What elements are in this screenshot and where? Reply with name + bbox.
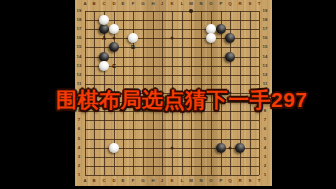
coordinate-label-bottom: G: [141, 178, 144, 182]
coordinate-label-right: 17: [262, 27, 267, 31]
coordinate-label-bottom: Q: [229, 178, 232, 182]
coordinate-label-left: 3: [78, 155, 80, 159]
coordinate-label-left: 6: [78, 127, 80, 131]
coordinate-label-top: H: [151, 1, 154, 5]
grid-line: [85, 129, 260, 130]
black-stone-q14: [225, 52, 235, 62]
coordinate-label-bottom: R: [238, 178, 241, 182]
coordinate-label-bottom: S: [248, 178, 251, 182]
coordinate-label-left: 5: [78, 136, 80, 140]
star-point: [170, 146, 173, 149]
coordinate-label-left: 16: [77, 36, 82, 40]
coordinate-label-right: 12: [262, 73, 267, 77]
candidate-label-a: A: [102, 36, 106, 42]
coordinate-label-top: F: [132, 1, 135, 5]
star-point: [112, 37, 115, 40]
small-dot-marker: [189, 9, 193, 13]
coordinate-label-right: 6: [263, 127, 265, 131]
coordinate-label-bottom: M: [190, 178, 194, 182]
coordinate-label-right: 16: [262, 36, 267, 40]
candidate-label-b: B: [131, 45, 135, 51]
coordinate-label-bottom: K: [170, 178, 173, 182]
black-stone-d15: [109, 42, 119, 52]
coordinate-label-right: 5: [263, 136, 265, 140]
grid-line: [85, 139, 260, 140]
grid-line: [85, 166, 260, 167]
coordinate-label-top: Q: [229, 1, 232, 5]
coordinate-label-top: T: [258, 1, 261, 5]
coordinate-label-bottom: C: [102, 178, 105, 182]
coordinate-label-top: K: [170, 1, 173, 5]
grid-line: [85, 157, 260, 158]
white-stone-d17: [109, 24, 119, 34]
coordinate-label-top: D: [112, 1, 115, 5]
grid-line: [85, 175, 260, 176]
white-stone-c18: [99, 15, 109, 25]
star-point: [170, 37, 173, 40]
coordinate-label-bottom: J: [161, 178, 163, 182]
coordinate-label-right: 2: [263, 164, 265, 168]
coordinate-label-top: C: [102, 1, 105, 5]
coordinate-label-bottom: N: [200, 178, 203, 182]
coordinate-label-right: 3: [263, 155, 265, 159]
coordinate-label-left: 7: [78, 118, 80, 122]
video-caption-text: 围棋布局选点猜下一手297: [56, 86, 308, 114]
grid-line: [85, 120, 260, 121]
star-point: [229, 146, 232, 149]
coordinate-label-right: 19: [262, 9, 267, 13]
coordinate-label-bottom: P: [219, 178, 222, 182]
coordinate-label-top: O: [209, 1, 212, 5]
black-stone-c17: [99, 24, 109, 34]
white-stone-d4: [109, 143, 119, 153]
coordinate-label-right: 1: [263, 173, 265, 177]
coordinate-label-bottom: T: [258, 178, 261, 182]
coordinate-label-left: 1: [78, 173, 80, 177]
coordinate-label-left: 18: [77, 18, 82, 22]
coordinate-label-bottom: A: [83, 178, 86, 182]
coordinate-label-right: 18: [262, 18, 267, 22]
coordinate-label-right: 13: [262, 63, 267, 67]
white-stone-c13: [99, 61, 109, 71]
coordinate-label-top: R: [238, 1, 241, 5]
coordinate-label-top: B: [93, 1, 96, 5]
coordinate-label-bottom: H: [151, 178, 154, 182]
coordinate-label-bottom: E: [122, 178, 125, 182]
coordinate-label-left: 4: [78, 145, 80, 149]
coordinate-label-left: 19: [77, 9, 82, 13]
black-stone-r4: [235, 143, 245, 153]
white-stone-o16: [206, 33, 216, 43]
coordinate-label-right: 4: [263, 145, 265, 149]
coordinate-label-left: 14: [77, 54, 82, 58]
coordinate-label-bottom: D: [112, 178, 115, 182]
coordinate-label-top: S: [248, 1, 251, 5]
coordinate-label-top: L: [180, 1, 183, 5]
coordinate-label-bottom: F: [132, 178, 135, 182]
black-stone-p4: [216, 143, 226, 153]
candidate-label-c: C: [112, 63, 116, 69]
coordinate-label-left: 15: [77, 45, 82, 49]
coordinate-label-top: M: [190, 1, 194, 5]
white-stone-f16: [128, 33, 138, 43]
coordinate-label-right: 7: [263, 118, 265, 122]
coordinate-label-top: G: [141, 1, 144, 5]
coordinate-label-left: 13: [77, 63, 82, 67]
coordinate-label-bottom: L: [180, 178, 183, 182]
black-stone-q16: [225, 33, 235, 43]
coordinate-label-left: 17: [77, 27, 82, 31]
coordinate-label-bottom: B: [93, 178, 96, 182]
coordinate-label-top: A: [83, 1, 86, 5]
coordinate-label-left: 12: [77, 73, 82, 77]
coordinate-label-top: P: [219, 1, 222, 5]
coordinate-label-top: E: [122, 1, 125, 5]
coordinate-label-top: J: [161, 1, 163, 5]
coordinate-label-right: 14: [262, 54, 267, 58]
coordinate-label-bottom: O: [209, 178, 212, 182]
black-stone-p17: [216, 24, 226, 34]
coordinate-label-top: N: [200, 1, 203, 5]
coordinate-label-right: 15: [262, 45, 267, 49]
coordinate-label-left: 2: [78, 164, 80, 168]
